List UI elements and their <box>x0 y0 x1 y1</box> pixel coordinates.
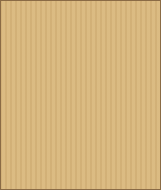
board-grid <box>0 0 161 190</box>
xiangqi-board[interactable] <box>0 0 161 190</box>
